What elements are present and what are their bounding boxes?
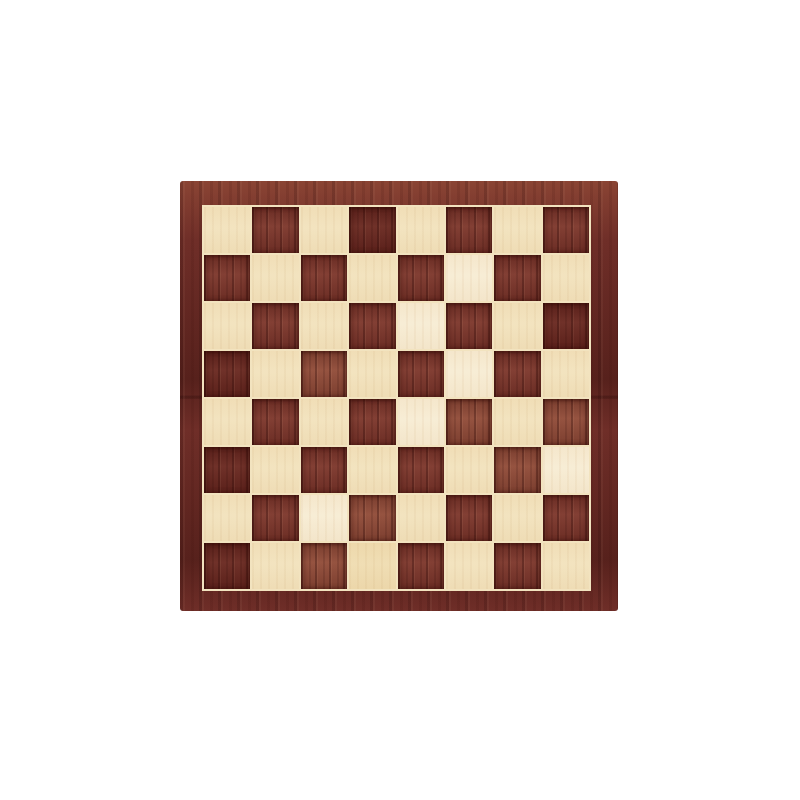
- square-h4[interactable]: [543, 399, 589, 445]
- square-f7[interactable]: [446, 255, 492, 301]
- square-c1[interactable]: [301, 543, 347, 589]
- square-g4[interactable]: [494, 399, 540, 445]
- square-a1[interactable]: [204, 543, 250, 589]
- square-b7[interactable]: [252, 255, 298, 301]
- chessboard: [180, 181, 618, 611]
- square-b2[interactable]: [252, 495, 298, 541]
- square-h1[interactable]: [543, 543, 589, 589]
- square-e2[interactable]: [398, 495, 444, 541]
- square-f4[interactable]: [446, 399, 492, 445]
- square-g6[interactable]: [494, 303, 540, 349]
- square-c4[interactable]: [301, 399, 347, 445]
- square-e1[interactable]: [398, 543, 444, 589]
- square-d1[interactable]: [349, 543, 395, 589]
- square-b4[interactable]: [252, 399, 298, 445]
- square-e5[interactable]: [398, 351, 444, 397]
- square-c5[interactable]: [301, 351, 347, 397]
- square-e7[interactable]: [398, 255, 444, 301]
- square-g1[interactable]: [494, 543, 540, 589]
- square-c2[interactable]: [301, 495, 347, 541]
- playing-area: [202, 205, 591, 591]
- square-d5[interactable]: [349, 351, 395, 397]
- square-e8[interactable]: [398, 207, 444, 253]
- square-f3[interactable]: [446, 447, 492, 493]
- square-a2[interactable]: [204, 495, 250, 541]
- square-e3[interactable]: [398, 447, 444, 493]
- square-d2[interactable]: [349, 495, 395, 541]
- square-h7[interactable]: [543, 255, 589, 301]
- square-f5[interactable]: [446, 351, 492, 397]
- square-c3[interactable]: [301, 447, 347, 493]
- square-f8[interactable]: [446, 207, 492, 253]
- square-b8[interactable]: [252, 207, 298, 253]
- square-c8[interactable]: [301, 207, 347, 253]
- square-c6[interactable]: [301, 303, 347, 349]
- square-b5[interactable]: [252, 351, 298, 397]
- square-c7[interactable]: [301, 255, 347, 301]
- square-d7[interactable]: [349, 255, 395, 301]
- square-e4[interactable]: [398, 399, 444, 445]
- square-d3[interactable]: [349, 447, 395, 493]
- square-d6[interactable]: [349, 303, 395, 349]
- square-h2[interactable]: [543, 495, 589, 541]
- square-g5[interactable]: [494, 351, 540, 397]
- square-f1[interactable]: [446, 543, 492, 589]
- square-d4[interactable]: [349, 399, 395, 445]
- square-f2[interactable]: [446, 495, 492, 541]
- square-e6[interactable]: [398, 303, 444, 349]
- square-g7[interactable]: [494, 255, 540, 301]
- square-f6[interactable]: [446, 303, 492, 349]
- square-b6[interactable]: [252, 303, 298, 349]
- square-a5[interactable]: [204, 351, 250, 397]
- square-g2[interactable]: [494, 495, 540, 541]
- square-h8[interactable]: [543, 207, 589, 253]
- square-h3[interactable]: [543, 447, 589, 493]
- square-a7[interactable]: [204, 255, 250, 301]
- square-a4[interactable]: [204, 399, 250, 445]
- square-h6[interactable]: [543, 303, 589, 349]
- square-a8[interactable]: [204, 207, 250, 253]
- square-g8[interactable]: [494, 207, 540, 253]
- square-b3[interactable]: [252, 447, 298, 493]
- square-h5[interactable]: [543, 351, 589, 397]
- square-a3[interactable]: [204, 447, 250, 493]
- square-a6[interactable]: [204, 303, 250, 349]
- square-b1[interactable]: [252, 543, 298, 589]
- square-g3[interactable]: [494, 447, 540, 493]
- square-d8[interactable]: [349, 207, 395, 253]
